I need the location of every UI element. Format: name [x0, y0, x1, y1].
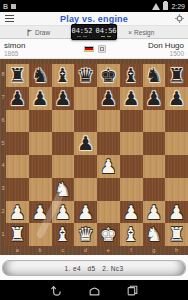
- square-d4[interactable]: [74, 155, 97, 178]
- square-d1[interactable]: ♛: [74, 223, 97, 246]
- square-a8[interactable]: ♜: [6, 64, 29, 87]
- rank-label-2: 2: [0, 209, 6, 215]
- square-e1[interactable]: ♚: [97, 223, 120, 246]
- black-clock: 04:56: [96, 27, 117, 37]
- square-f7[interactable]: ♟: [120, 87, 143, 110]
- white-clock: 04:52: [71, 27, 92, 37]
- wifi-icon: [152, 3, 160, 10]
- square-a3[interactable]: [6, 178, 29, 201]
- black-player: Don Hugo 1500: [148, 41, 184, 58]
- black-bishop-f8: ♝: [120, 64, 143, 87]
- white-rook-a1: ♜: [6, 223, 29, 246]
- back-icon[interactable]: [49, 283, 63, 297]
- file-label-f: f: [130, 248, 132, 254]
- rank-label-6: 6: [0, 118, 6, 124]
- file-label-d: d: [84, 248, 87, 254]
- white-rook-h1: ♜: [165, 223, 188, 246]
- black-knight-b8: ♞: [29, 64, 52, 87]
- square-b6[interactable]: [29, 110, 52, 133]
- file-label-c: c: [62, 248, 65, 254]
- black-rook-h8: ♜: [165, 64, 188, 87]
- file-label-h: h: [175, 248, 178, 254]
- white-knight-c3: ♞: [52, 178, 75, 201]
- file-label-a: a: [16, 248, 19, 254]
- player-row: simon 1865 Don Hugo 1500: [0, 39, 188, 59]
- square-a5[interactable]: [6, 132, 29, 155]
- white-bishop-f1: ♝: [120, 223, 143, 246]
- square-b8[interactable]: ♞: [29, 64, 52, 87]
- square-b3[interactable]: [29, 178, 52, 201]
- rank-label-7: 7: [0, 95, 6, 101]
- black-rook-a8: ♜: [6, 64, 29, 87]
- rank-label-1: 1: [0, 232, 6, 238]
- resign-label: Resign: [134, 29, 154, 36]
- square-c1[interactable]: ♝: [52, 223, 75, 246]
- square-f2[interactable]: ♟: [120, 201, 143, 224]
- menu-icon[interactable]: [0, 12, 18, 26]
- square-h8[interactable]: ♜: [165, 64, 188, 87]
- square-c3[interactable]: ♞: [52, 178, 75, 201]
- square-f1[interactable]: ♝: [120, 223, 143, 246]
- white-pawn-h2: ♟: [165, 201, 188, 224]
- black-pawn-c7: ♟: [52, 87, 75, 110]
- square-e7[interactable]: ♟: [97, 87, 120, 110]
- square-g6[interactable]: [143, 110, 166, 133]
- square-c2[interactable]: ♟: [52, 201, 75, 224]
- square-b4[interactable]: [29, 155, 52, 178]
- white-clock-marks: [77, 36, 87, 38]
- square-d2[interactable]: ♟: [74, 201, 97, 224]
- white-pawn-d2: ♟: [74, 201, 97, 224]
- square-c5[interactable]: [52, 132, 75, 155]
- square-d7[interactable]: [74, 87, 97, 110]
- square-h3[interactable]: [165, 178, 188, 201]
- draw-button[interactable]: Draw: [27, 26, 50, 39]
- resign-button[interactable]: × Resign: [128, 26, 154, 39]
- recents-icon[interactable]: [125, 283, 139, 297]
- square-f4[interactable]: [120, 155, 143, 178]
- square-d3[interactable]: [74, 178, 97, 201]
- board-squares: ♜♞♝♛♚♝♞♜♟♟♟♟♟♟♟♟♟♞♟♟♟♟♟♟♟♜♝♛♚♝♞♜: [6, 64, 188, 246]
- flag-icon: [27, 29, 33, 36]
- black-pawn-h7: ♟: [165, 87, 188, 110]
- square-f3[interactable]: [120, 178, 143, 201]
- square-b7[interactable]: ♟: [29, 87, 52, 110]
- black-pawn-g7: ♟: [143, 87, 166, 110]
- rank-label-4: 4: [0, 164, 6, 170]
- black-player-name: Don Hugo: [148, 41, 184, 50]
- battery-icon: [163, 2, 168, 10]
- status-time: 2:29: [171, 3, 185, 10]
- file-label-b: b: [39, 248, 42, 254]
- white-king-e1: ♚: [97, 223, 120, 246]
- square-a6[interactable]: [6, 110, 29, 133]
- notification-icon: B: [3, 3, 8, 10]
- square-e5[interactable]: [97, 132, 120, 155]
- black-queen-d8: ♛: [74, 64, 97, 87]
- rank-label-3: 3: [0, 186, 6, 192]
- white-pawn-g2: ♟: [143, 201, 166, 224]
- square-g2[interactable]: ♟: [143, 201, 166, 224]
- square-b2[interactable]: ♟: [29, 201, 52, 224]
- black-bishop-c8: ♝: [52, 64, 75, 87]
- square-e3[interactable]: [97, 178, 120, 201]
- notification-icon-2: [11, 4, 16, 9]
- black-pawn-f7: ♟: [120, 87, 143, 110]
- white-player-name: simon: [4, 41, 25, 50]
- white-time: 04:52: [71, 27, 92, 35]
- square-h7[interactable]: ♟: [165, 87, 188, 110]
- square-g8[interactable]: ♞: [143, 64, 166, 87]
- notification-area: B: [3, 3, 16, 10]
- square-c8[interactable]: ♝: [52, 64, 75, 87]
- white-player: simon 1865: [4, 41, 25, 58]
- square-g5[interactable]: [143, 132, 166, 155]
- square-h4[interactable]: [165, 155, 188, 178]
- white-pawn-c2: ♟: [52, 201, 75, 224]
- square-f8[interactable]: ♝: [120, 64, 143, 87]
- file-label-e: e: [107, 248, 110, 254]
- move-list-bar[interactable]: 1. e4 d5 2. Nc3: [2, 260, 186, 276]
- square-f6[interactable]: [120, 110, 143, 133]
- white-pawn-a2: ♟: [6, 201, 29, 224]
- square-g1[interactable]: ♞: [143, 223, 166, 246]
- white-player-rating: 1865: [4, 50, 25, 58]
- white-knight-g1: ♞: [143, 223, 166, 246]
- file-label-g: g: [152, 248, 155, 254]
- white-queen-d1: ♛: [74, 223, 97, 246]
- square-g4[interactable]: [143, 155, 166, 178]
- system-icons: 2:29: [152, 2, 185, 10]
- settings-gear-icon[interactable]: [170, 12, 188, 26]
- app-screen: B 2:29 Play vs. engine: [0, 0, 188, 300]
- square-b1[interactable]: [29, 223, 52, 246]
- black-knight-g8: ♞: [143, 64, 166, 87]
- square-e6[interactable]: [97, 110, 120, 133]
- black-king-e8: ♚: [97, 64, 120, 87]
- square-a1[interactable]: ♜: [6, 223, 29, 246]
- rank-label-5: 5: [0, 141, 6, 147]
- square-c6[interactable]: [52, 110, 75, 133]
- square-g3[interactable]: [143, 178, 166, 201]
- white-pawn-f2: ♟: [120, 201, 143, 224]
- square-d6[interactable]: [74, 110, 97, 133]
- black-pawn-b7: ♟: [29, 87, 52, 110]
- opponent-info: [84, 45, 106, 53]
- white-pawn-b2: ♟: [29, 201, 52, 224]
- white-pawn-e4: ♟: [97, 155, 120, 178]
- chess-board: ♜♞♝♛♚♝♞♜♟♟♟♟♟♟♟♟♟♞♟♟♟♟♟♟♟♜♝♛♚♝♞♜ 8765432…: [0, 59, 188, 255]
- android-nav-bar: [0, 280, 188, 300]
- black-time: 04:56: [96, 27, 117, 35]
- game-clock: 04:52 04:56: [71, 24, 117, 40]
- square-h5[interactable]: [165, 132, 188, 155]
- draw-label: Draw: [35, 29, 50, 36]
- rank-label-8: 8: [0, 73, 6, 79]
- black-clock-marks: [101, 36, 111, 38]
- resign-x-icon: ×: [128, 29, 132, 36]
- home-icon[interactable]: [87, 283, 101, 297]
- black-pawn-e7: ♟: [97, 87, 120, 110]
- square-f5[interactable]: [120, 132, 143, 155]
- square-g7[interactable]: ♟: [143, 87, 166, 110]
- page-title: Play vs. engine: [18, 14, 170, 24]
- german-flag-icon: [84, 46, 94, 52]
- square-e2[interactable]: [97, 201, 120, 224]
- square-b5[interactable]: [29, 132, 52, 155]
- square-h1[interactable]: ♜: [165, 223, 188, 246]
- square-a7[interactable]: ♟: [6, 87, 29, 110]
- engine-icon: [98, 45, 106, 53]
- white-bishop-c1: ♝: [52, 223, 75, 246]
- status-bar: B 2:29: [0, 0, 188, 12]
- black-pawn-a7: ♟: [6, 87, 29, 110]
- square-d8[interactable]: ♛: [74, 64, 97, 87]
- black-player-rating: 1500: [148, 50, 184, 58]
- square-a2[interactable]: ♟: [6, 201, 29, 224]
- black-pawn-d5: ♟: [74, 132, 97, 155]
- square-e8[interactable]: ♚: [97, 64, 120, 87]
- square-h6[interactable]: [165, 110, 188, 133]
- square-a4[interactable]: [6, 155, 29, 178]
- square-h2[interactable]: ♟: [165, 201, 188, 224]
- square-c7[interactable]: ♟: [52, 87, 75, 110]
- square-c4[interactable]: [52, 155, 75, 178]
- square-d5[interactable]: ♟: [74, 132, 97, 155]
- square-e4[interactable]: ♟: [97, 155, 120, 178]
- move-list: 1. e4 d5 2. Nc3: [65, 265, 124, 272]
